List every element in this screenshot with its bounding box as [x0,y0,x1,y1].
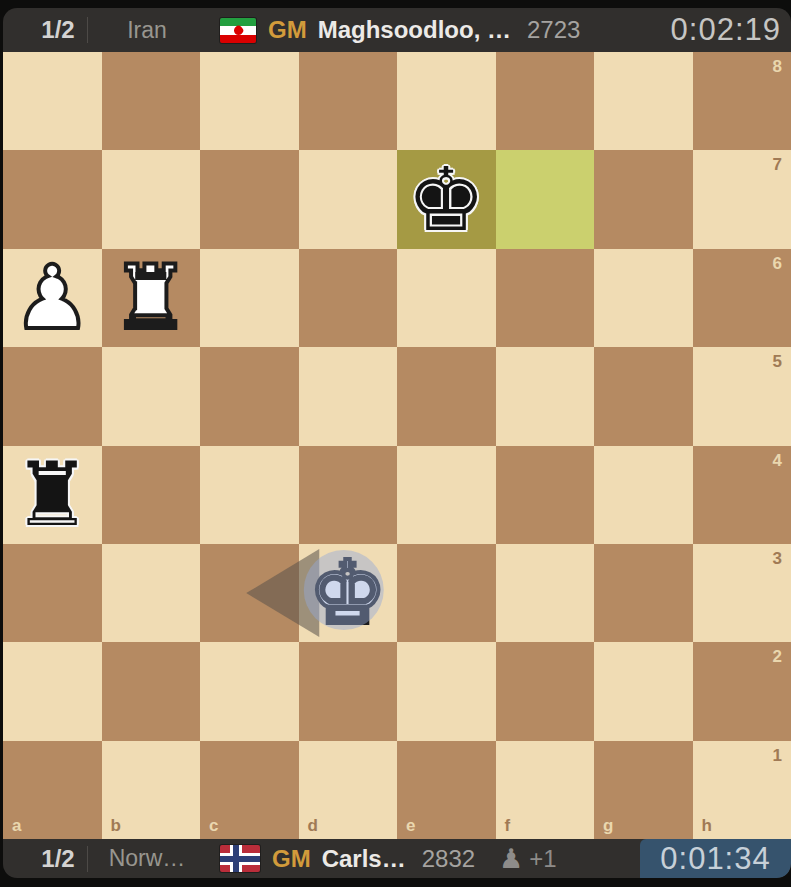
square-b8[interactable] [102,52,201,150]
file-label-g: g [603,817,613,834]
file-label-c: c [209,817,218,834]
top-federation: Iran [88,17,206,44]
square-f4[interactable] [496,446,595,544]
square-g4[interactable] [594,446,693,544]
square-d8[interactable] [299,52,398,150]
square-b4[interactable] [102,446,201,544]
square-f8[interactable] [496,52,595,150]
square-h5[interactable]: 5 [693,347,791,445]
rank-label-4: 4 [773,452,782,469]
chess-board[interactable]: 8♚7♟♜65♜4♚32abcdefgh1 [3,52,791,839]
square-e4[interactable] [397,446,496,544]
square-a4[interactable]: ♜ [3,446,102,544]
square-c4[interactable] [200,446,299,544]
top-player-title: GM [268,16,307,44]
square-c1[interactable]: c [200,741,299,839]
active-clock-box: 0:01:34 [640,839,791,878]
bottom-match-score: 1/2 [29,845,87,873]
rank-label-3: 3 [773,550,782,567]
square-a2[interactable] [3,642,102,740]
square-a3[interactable] [3,544,102,642]
square-b5[interactable] [102,347,201,445]
iran-flag-icon [220,18,256,43]
square-e3[interactable] [397,544,496,642]
square-f3[interactable] [496,544,595,642]
top-player-name: Maghsoodloo, … [318,16,511,44]
square-h2[interactable]: 2 [693,642,791,740]
norway-flag-icon [220,845,260,872]
square-e7[interactable]: ♚ [397,150,496,248]
file-label-d: d [308,817,318,834]
iran-emblem-icon [232,24,245,37]
square-a6[interactable]: ♟ [3,249,102,347]
square-g7[interactable] [594,150,693,248]
white-king[interactable]: ♚ [308,549,387,637]
square-c3[interactable] [200,544,299,642]
square-e5[interactable] [397,347,496,445]
square-h4[interactable]: 4 [693,446,791,544]
white-rook[interactable]: ♜ [111,254,190,342]
bottom-player-clock: 0:01:34 [660,841,770,877]
square-e8[interactable] [397,52,496,150]
square-a5[interactable] [3,347,102,445]
square-f5[interactable] [496,347,595,445]
file-label-b: b [111,817,121,834]
square-h6[interactable]: 6 [693,249,791,347]
square-c7[interactable] [200,150,299,248]
rank-label-8: 8 [773,58,782,75]
square-a7[interactable] [3,150,102,248]
material-advantage-value: +1 [529,845,556,873]
file-label-h: h [702,817,712,834]
bottom-player-rating: 2832 [422,845,475,873]
square-c2[interactable] [200,642,299,740]
square-c5[interactable] [200,347,299,445]
square-b2[interactable] [102,642,201,740]
square-d3[interactable]: ♚ [299,544,398,642]
board-area: 8♚7♟♜65♜4♚32abcdefgh1 [3,52,791,839]
file-label-f: f [505,817,511,834]
square-d6[interactable] [299,249,398,347]
square-h8[interactable]: 8 [693,52,791,150]
square-f7[interactable] [496,150,595,248]
material-advantage: ♟ +1 [499,845,557,873]
square-c6[interactable] [200,249,299,347]
bottom-player-title: GM [272,845,311,873]
square-g3[interactable] [594,544,693,642]
square-d4[interactable] [299,446,398,544]
top-match-score: 1/2 [29,16,87,44]
rank-label-5: 5 [773,353,782,370]
square-h7[interactable]: 7 [693,150,791,248]
bottom-player-bar: 1/2 Norw… GM Carls… 2832 ♟ +1 0:01:34 [3,839,791,878]
square-e2[interactable] [397,642,496,740]
square-g2[interactable] [594,642,693,740]
square-f6[interactable] [496,249,595,347]
square-b1[interactable]: b [102,741,201,839]
square-f1[interactable]: f [496,741,595,839]
square-g8[interactable] [594,52,693,150]
square-f2[interactable] [496,642,595,740]
square-h1[interactable]: h1 [693,741,791,839]
square-e1[interactable]: e [397,741,496,839]
top-player-rating: 2723 [527,16,580,44]
rank-label-7: 7 [773,156,782,173]
rank-label-2: 2 [773,648,782,665]
square-d7[interactable] [299,150,398,248]
rank-label-6: 6 [773,255,782,272]
broadcast-screen: 1/2 Iran GM Maghsoodloo, … 2723 0:02:19 … [0,0,791,887]
square-b6[interactable]: ♜ [102,249,201,347]
square-b3[interactable] [102,544,201,642]
square-b7[interactable] [102,150,201,248]
square-h3[interactable]: 3 [693,544,791,642]
file-label-a: a [12,817,21,834]
pawn-icon: ♟ [499,845,523,872]
square-e6[interactable] [397,249,496,347]
white-pawn[interactable]: ♟ [13,254,92,342]
square-a1[interactable]: a [3,741,102,839]
bottom-federation: Norw… [88,845,206,872]
square-d1[interactable]: d [299,741,398,839]
square-g1[interactable]: g [594,741,693,839]
square-g5[interactable] [594,347,693,445]
top-player-bar: 1/2 Iran GM Maghsoodloo, … 2723 0:02:19 [3,8,791,52]
square-d5[interactable] [299,347,398,445]
black-king[interactable]: ♚ [407,156,486,244]
top-player-clock: 0:02:19 [671,12,791,48]
rank-label-1: 1 [773,747,782,764]
square-g6[interactable] [594,249,693,347]
bottom-player-name: Carls… [322,845,406,873]
black-rook[interactable]: ♜ [13,451,92,539]
square-d2[interactable] [299,642,398,740]
square-a8[interactable] [3,52,102,150]
file-label-e: e [406,817,415,834]
square-c8[interactable] [200,52,299,150]
